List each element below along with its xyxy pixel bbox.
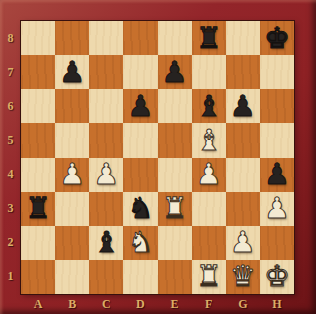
piece-black-pawn: ♟ [264, 160, 290, 189]
square-g3[interactable] [226, 192, 260, 226]
piece-black-pawn: ♟ [230, 92, 256, 121]
square-b6[interactable] [55, 89, 89, 123]
square-f5[interactable]: ♝ [192, 123, 226, 157]
square-e6[interactable] [158, 89, 192, 123]
square-d1[interactable] [123, 260, 157, 294]
file-label-f: F [205, 297, 212, 312]
piece-white-pawn: ♟ [230, 228, 256, 257]
square-g1[interactable]: ♛ [226, 260, 260, 294]
square-h3[interactable]: ♟ [260, 192, 294, 226]
square-e7[interactable]: ♟ [158, 55, 192, 89]
square-a8[interactable] [21, 21, 55, 55]
piece-black-rook: ♜ [196, 24, 222, 53]
piece-black-pawn: ♟ [59, 58, 85, 87]
square-a4[interactable] [21, 158, 55, 192]
square-e8[interactable] [158, 21, 192, 55]
square-f3[interactable] [192, 192, 226, 226]
rank-label-6: 6 [8, 99, 14, 114]
square-h8[interactable]: ♚ [260, 21, 294, 55]
file-label-e: E [171, 297, 179, 312]
piece-black-knight: ♞ [127, 194, 153, 223]
square-e5[interactable] [158, 123, 192, 157]
square-d6[interactable]: ♟ [123, 89, 157, 123]
square-b3[interactable] [55, 192, 89, 226]
square-a2[interactable] [21, 226, 55, 260]
square-a3[interactable]: ♜ [21, 192, 55, 226]
file-coordinates: ABCDEFGH [21, 294, 294, 314]
file-label-h: H [272, 297, 281, 312]
square-g2[interactable]: ♟ [226, 226, 260, 260]
piece-white-bishop: ♝ [196, 126, 222, 155]
rank-label-5: 5 [8, 133, 14, 148]
square-f6[interactable]: ♝ [192, 89, 226, 123]
square-d2[interactable]: ♞ [123, 226, 157, 260]
piece-black-king: ♚ [264, 24, 290, 53]
file-label-a: A [34, 297, 43, 312]
square-h4[interactable]: ♟ [260, 158, 294, 192]
square-d5[interactable] [123, 123, 157, 157]
piece-white-queen: ♛ [230, 262, 256, 291]
square-g8[interactable] [226, 21, 260, 55]
square-a7[interactable] [21, 55, 55, 89]
piece-white-king: ♚ [264, 262, 290, 291]
piece-black-bishop: ♝ [93, 228, 119, 257]
square-f1[interactable]: ♜ [192, 260, 226, 294]
rank-label-8: 8 [8, 31, 14, 46]
square-f8[interactable]: ♜ [192, 21, 226, 55]
square-e4[interactable] [158, 158, 192, 192]
square-h6[interactable] [260, 89, 294, 123]
square-h5[interactable] [260, 123, 294, 157]
piece-white-pawn: ♟ [264, 194, 290, 223]
piece-black-rook: ♜ [25, 194, 51, 223]
square-c1[interactable] [89, 260, 123, 294]
file-label-c: C [102, 297, 111, 312]
square-f2[interactable] [192, 226, 226, 260]
square-a1[interactable] [21, 260, 55, 294]
square-c8[interactable] [89, 21, 123, 55]
square-a6[interactable] [21, 89, 55, 123]
square-c2[interactable]: ♝ [89, 226, 123, 260]
file-label-b: B [68, 297, 76, 312]
square-c4[interactable]: ♟ [89, 158, 123, 192]
square-d8[interactable] [123, 21, 157, 55]
piece-white-pawn: ♟ [59, 160, 85, 189]
square-g6[interactable]: ♟ [226, 89, 260, 123]
piece-white-pawn: ♟ [196, 160, 222, 189]
rank-label-2: 2 [8, 235, 14, 250]
rank-label-7: 7 [8, 65, 14, 80]
square-d3[interactable]: ♞ [123, 192, 157, 226]
square-e1[interactable] [158, 260, 192, 294]
square-g4[interactable] [226, 158, 260, 192]
square-h1[interactable]: ♚ [260, 260, 294, 294]
square-d7[interactable] [123, 55, 157, 89]
piece-black-pawn: ♟ [127, 92, 153, 121]
square-b7[interactable]: ♟ [55, 55, 89, 89]
square-c3[interactable] [89, 192, 123, 226]
square-h2[interactable] [260, 226, 294, 260]
square-b2[interactable] [55, 226, 89, 260]
square-e3[interactable]: ♜ [158, 192, 192, 226]
square-h7[interactable] [260, 55, 294, 89]
chess-board: ♜♚♟♟♟♝♟♝♟♟♟♟♜♞♜♟♝♞♟♜♛♚ [21, 21, 294, 294]
square-c5[interactable] [89, 123, 123, 157]
piece-black-pawn: ♟ [162, 58, 188, 87]
square-b5[interactable] [55, 123, 89, 157]
rank-coordinates: 87654321 [0, 21, 21, 294]
piece-white-knight: ♞ [127, 228, 153, 257]
square-e2[interactable] [158, 226, 192, 260]
piece-black-bishop: ♝ [196, 92, 222, 121]
square-b1[interactable] [55, 260, 89, 294]
piece-white-rook: ♜ [196, 262, 222, 291]
square-c6[interactable] [89, 89, 123, 123]
square-f4[interactable]: ♟ [192, 158, 226, 192]
piece-white-rook: ♜ [162, 194, 188, 223]
square-g7[interactable] [226, 55, 260, 89]
square-f7[interactable] [192, 55, 226, 89]
file-label-d: D [136, 297, 145, 312]
file-label-g: G [238, 297, 247, 312]
rank-label-4: 4 [8, 167, 14, 182]
square-b8[interactable] [55, 21, 89, 55]
square-g5[interactable] [226, 123, 260, 157]
square-c7[interactable] [89, 55, 123, 89]
rank-label-1: 1 [8, 269, 14, 284]
piece-white-pawn: ♟ [93, 160, 119, 189]
rank-label-3: 3 [8, 201, 14, 216]
chess-app-window: ♜♚♟♟♟♝♟♝♟♟♟♟♜♞♜♟♝♞♟♜♛♚ 87654321 ABCDEFGH [0, 0, 316, 314]
square-d4[interactable] [123, 158, 157, 192]
square-b4[interactable]: ♟ [55, 158, 89, 192]
square-a5[interactable] [21, 123, 55, 157]
